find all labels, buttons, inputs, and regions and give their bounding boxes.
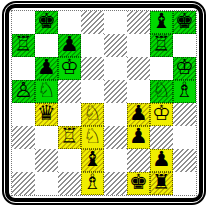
square-d2[interactable]: ♝ <box>81 149 104 172</box>
square-a4[interactable] <box>12 103 35 126</box>
square-b8[interactable]: ♚ <box>35 11 58 34</box>
square-d8[interactable] <box>81 11 104 34</box>
piece-black-pawn[interactable]: ♟ <box>60 34 79 55</box>
square-b1[interactable] <box>35 172 58 195</box>
square-c1[interactable] <box>58 172 81 195</box>
square-a1[interactable] <box>12 172 35 195</box>
square-a6[interactable] <box>12 57 35 80</box>
square-f4[interactable]: ♟ <box>127 103 150 126</box>
square-a3[interactable] <box>12 126 35 149</box>
square-d6[interactable] <box>81 57 104 80</box>
square-g8[interactable]: ♝ <box>150 11 173 34</box>
piece-white-knight[interactable]: ♘ <box>83 126 102 147</box>
square-b7[interactable] <box>35 34 58 57</box>
chess-board: ♚♝♚♖♟♖♟♔♔♙♘♘♗♛♘♟♔♖♘♟♝♟♗♚♜ <box>11 10 197 196</box>
square-c4[interactable] <box>58 103 81 126</box>
piece-white-knight[interactable]: ♘ <box>83 103 102 124</box>
square-e3[interactable] <box>104 126 127 149</box>
square-g6[interactable] <box>150 57 173 80</box>
square-a8[interactable] <box>12 11 35 34</box>
square-e2[interactable] <box>104 149 127 172</box>
square-f2[interactable] <box>127 149 150 172</box>
piece-white-rook[interactable]: ♖ <box>152 34 171 55</box>
square-d4[interactable]: ♘ <box>81 103 104 126</box>
square-h3[interactable] <box>173 126 196 149</box>
piece-white-bishop[interactable]: ♗ <box>83 172 102 193</box>
piece-white-bishop[interactable]: ♗ <box>175 80 194 101</box>
piece-black-rook[interactable]: ♜ <box>152 172 171 193</box>
piece-white-king[interactable]: ♔ <box>60 57 79 78</box>
piece-black-pawn[interactable]: ♟ <box>152 149 171 170</box>
piece-black-bishop[interactable]: ♝ <box>152 11 171 32</box>
piece-white-king[interactable]: ♔ <box>152 103 171 124</box>
piece-white-knight[interactable]: ♘ <box>152 80 171 101</box>
square-h7[interactable] <box>173 34 196 57</box>
square-e7[interactable] <box>104 34 127 57</box>
square-e1[interactable] <box>104 172 127 195</box>
square-e4[interactable] <box>104 103 127 126</box>
board-outer-frame: ♚♝♚♖♟♖♟♔♔♙♘♘♗♛♘♟♔♖♘♟♝♟♗♚♜ <box>2 1 206 205</box>
piece-white-rook[interactable]: ♖ <box>14 34 33 55</box>
piece-black-pawn[interactable]: ♟ <box>37 57 56 78</box>
square-b4[interactable]: ♛ <box>35 103 58 126</box>
square-b3[interactable] <box>35 126 58 149</box>
piece-black-king[interactable]: ♚ <box>175 11 194 32</box>
piece-white-pawn[interactable]: ♙ <box>14 80 33 101</box>
piece-black-bishop[interactable]: ♝ <box>83 149 102 170</box>
square-a2[interactable] <box>12 149 35 172</box>
square-a5[interactable]: ♙ <box>12 80 35 103</box>
square-c8[interactable] <box>58 11 81 34</box>
square-h5[interactable]: ♗ <box>173 80 196 103</box>
piece-black-queen[interactable]: ♛ <box>37 103 56 124</box>
square-g7[interactable]: ♖ <box>150 34 173 57</box>
square-e6[interactable] <box>104 57 127 80</box>
piece-black-king[interactable]: ♚ <box>37 11 56 32</box>
square-d3[interactable]: ♘ <box>81 126 104 149</box>
square-g3[interactable] <box>150 126 173 149</box>
piece-black-pawn[interactable]: ♟ <box>129 126 148 147</box>
board-inner-frame: ♚♝♚♖♟♖♟♔♔♙♘♘♗♛♘♟♔♖♘♟♝♟♗♚♜ <box>5 4 203 202</box>
piece-white-king[interactable]: ♔ <box>175 57 194 78</box>
square-f8[interactable] <box>127 11 150 34</box>
piece-black-pawn[interactable]: ♟ <box>129 103 148 124</box>
square-d5[interactable] <box>81 80 104 103</box>
piece-black-king[interactable]: ♚ <box>129 172 148 193</box>
square-c6[interactable]: ♔ <box>58 57 81 80</box>
square-b5[interactable]: ♘ <box>35 80 58 103</box>
square-f1[interactable]: ♚ <box>127 172 150 195</box>
square-d1[interactable]: ♗ <box>81 172 104 195</box>
square-h4[interactable] <box>173 103 196 126</box>
square-c3[interactable]: ♖ <box>58 126 81 149</box>
square-e5[interactable] <box>104 80 127 103</box>
square-h2[interactable] <box>173 149 196 172</box>
square-g2[interactable]: ♟ <box>150 149 173 172</box>
square-h1[interactable] <box>173 172 196 195</box>
square-f6[interactable] <box>127 57 150 80</box>
square-a7[interactable]: ♖ <box>12 34 35 57</box>
piece-white-rook[interactable]: ♖ <box>60 126 79 147</box>
piece-white-knight[interactable]: ♘ <box>37 80 56 101</box>
square-f3[interactable]: ♟ <box>127 126 150 149</box>
square-b2[interactable] <box>35 149 58 172</box>
square-g1[interactable]: ♜ <box>150 172 173 195</box>
square-e8[interactable] <box>104 11 127 34</box>
square-f7[interactable] <box>127 34 150 57</box>
square-d7[interactable] <box>81 34 104 57</box>
square-c7[interactable]: ♟ <box>58 34 81 57</box>
square-f5[interactable] <box>127 80 150 103</box>
square-g4[interactable]: ♔ <box>150 103 173 126</box>
page: ♚♝♚♖♟♖♟♔♔♙♘♘♗♛♘♟♔♖♘♟♝♟♗♚♜ <box>0 0 210 205</box>
square-b6[interactable]: ♟ <box>35 57 58 80</box>
square-c2[interactable] <box>58 149 81 172</box>
square-h6[interactable]: ♔ <box>173 57 196 80</box>
square-c5[interactable] <box>58 80 81 103</box>
square-h8[interactable]: ♚ <box>173 11 196 34</box>
square-g5[interactable]: ♘ <box>150 80 173 103</box>
